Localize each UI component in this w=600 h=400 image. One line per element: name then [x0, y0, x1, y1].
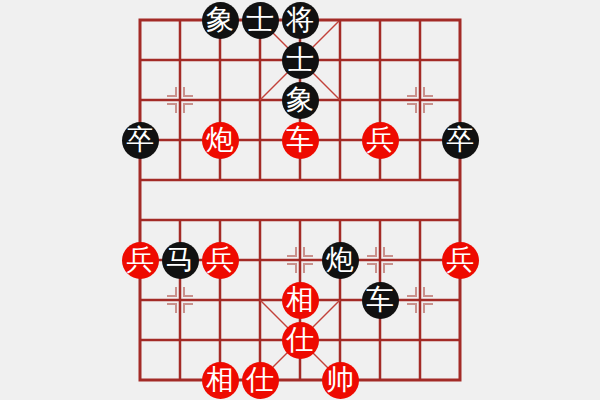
xiangqi-board[interactable]: 象士将士象卒炮车兵卒兵马兵炮兵相车仕相仕帅	[0, 0, 600, 400]
piece-red-advisor[interactable]: 仕	[282, 322, 319, 359]
piece-red-cannon[interactable]: 炮	[202, 122, 239, 159]
piece-black-cannon[interactable]: 炮	[322, 242, 359, 279]
piece-black-soldier[interactable]: 卒	[442, 122, 479, 159]
piece-black-elephant[interactable]: 象	[202, 2, 239, 39]
piece-black-general[interactable]: 将	[282, 2, 319, 39]
piece-red-general[interactable]: 帅	[322, 362, 359, 399]
piece-red-soldier[interactable]: 兵	[202, 242, 239, 279]
piece-black-horse[interactable]: 马	[162, 242, 199, 279]
piece-black-chariot[interactable]: 车	[362, 282, 399, 319]
piece-red-elephant[interactable]: 相	[202, 362, 239, 399]
pieces-layer: 象士将士象卒炮车兵卒兵马兵炮兵相车仕相仕帅	[120, 0, 480, 400]
piece-red-advisor[interactable]: 仕	[242, 362, 279, 399]
piece-black-soldier[interactable]: 卒	[122, 122, 159, 159]
piece-black-advisor[interactable]: 士	[242, 2, 279, 39]
piece-black-advisor[interactable]: 士	[282, 42, 319, 79]
piece-red-soldier[interactable]: 兵	[362, 122, 399, 159]
piece-red-elephant[interactable]: 相	[282, 282, 319, 319]
piece-red-soldier[interactable]: 兵	[442, 242, 479, 279]
piece-black-elephant[interactable]: 象	[282, 82, 319, 119]
piece-red-chariot[interactable]: 车	[282, 122, 319, 159]
piece-red-soldier[interactable]: 兵	[122, 242, 159, 279]
